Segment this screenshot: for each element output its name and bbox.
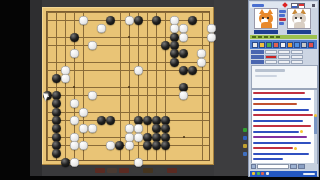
edge-tool-icon[interactable] <box>243 152 247 156</box>
black-stone <box>52 124 61 133</box>
white-stone <box>134 158 143 167</box>
white-stone <box>61 74 70 83</box>
white-stone <box>207 33 216 42</box>
chat-message <box>253 130 316 135</box>
info-cell <box>278 50 290 54</box>
game-info-box <box>251 65 318 89</box>
info-cell <box>291 50 303 54</box>
white-stone <box>79 141 88 150</box>
toolbar-button[interactable] <box>259 42 265 48</box>
chat-message <box>253 97 316 102</box>
chat-settings-button[interactable] <box>298 164 305 169</box>
black-stone <box>161 141 170 150</box>
chat-message <box>253 135 316 140</box>
chat-message <box>253 146 316 151</box>
toolbar-button[interactable] <box>301 42 307 48</box>
fox-avatar-icon <box>255 9 277 28</box>
black-stone <box>143 141 152 150</box>
chat-message <box>253 141 316 146</box>
info-cell <box>265 60 277 64</box>
status-tray-icon[interactable] <box>252 172 255 175</box>
white-stone <box>70 116 79 125</box>
window-status-bar <box>250 171 317 178</box>
white-stone <box>134 133 143 142</box>
white-stone <box>134 124 143 133</box>
toolbar-button[interactable] <box>252 42 258 48</box>
chat-message <box>253 102 316 107</box>
white-stone <box>125 16 134 25</box>
black-stone <box>52 74 61 83</box>
info-row-label <box>251 55 264 59</box>
screen <box>0 0 320 180</box>
white-stone <box>70 99 79 108</box>
white-stone <box>70 49 79 58</box>
black-stone <box>97 116 106 125</box>
send-button[interactable] <box>290 164 297 169</box>
white-stone <box>79 108 88 117</box>
right-player-avatar[interactable] <box>287 8 311 29</box>
info-cell <box>291 55 303 59</box>
white-stone <box>207 24 216 33</box>
white-stone <box>88 91 97 100</box>
white-stone <box>197 58 206 67</box>
black-stone <box>52 99 61 108</box>
chat-input[interactable] <box>257 164 289 169</box>
chat-message <box>253 152 316 157</box>
chat-log[interactable] <box>251 89 318 164</box>
toolbar-button[interactable] <box>287 42 293 48</box>
star-point <box>183 136 185 138</box>
black-stone <box>52 149 61 158</box>
info-row-label <box>251 50 264 54</box>
tray-window-button[interactable] <box>95 168 105 173</box>
white-stone <box>134 66 143 75</box>
chat-message <box>253 108 316 113</box>
status-tray-icon[interactable] <box>266 172 269 175</box>
white-stone <box>70 141 79 150</box>
status-tray-icon[interactable] <box>261 172 264 175</box>
white-stone <box>70 158 79 167</box>
left-player-avatar[interactable] <box>254 8 278 29</box>
emoji-icon <box>314 114 317 117</box>
tray-window-button[interactable] <box>143 168 153 173</box>
toolbar-button[interactable] <box>266 42 272 48</box>
tray-window-button[interactable] <box>155 168 165 173</box>
vs-info-column <box>279 10 287 25</box>
tray-window-button[interactable] <box>119 168 129 173</box>
star-point <box>128 86 130 88</box>
white-stone <box>179 33 188 42</box>
chat-message <box>253 124 316 129</box>
left-player-name <box>254 30 278 34</box>
chat-message <box>253 113 316 118</box>
black-stone <box>143 116 152 125</box>
chat-message <box>253 91 316 96</box>
black-stone <box>152 141 161 150</box>
game-toolbar[interactable] <box>250 40 317 49</box>
desktop-tray-buttons[interactable] <box>95 168 177 173</box>
info-row-label <box>251 60 264 64</box>
emoticon-button[interactable] <box>251 164 256 169</box>
black-stone <box>161 41 170 50</box>
white-stone <box>79 16 88 25</box>
edge-tool-icon[interactable] <box>243 128 247 132</box>
tray-window-button[interactable] <box>167 168 177 173</box>
info-table-row <box>251 60 303 64</box>
close-icon[interactable] <box>312 4 315 7</box>
black-stone <box>134 16 143 25</box>
black-stone <box>61 158 70 167</box>
fox-weiqi-window <box>248 0 319 177</box>
info-cell <box>278 60 290 64</box>
chat-input-row <box>250 163 317 170</box>
info-cell <box>291 60 303 64</box>
edge-tool-icon[interactable] <box>243 136 247 140</box>
info-cell <box>265 50 277 54</box>
emoji-icon <box>300 130 303 133</box>
game-rule-bar <box>250 35 317 39</box>
edge-tool-icon[interactable] <box>243 144 247 148</box>
tray-window-button[interactable] <box>107 168 117 173</box>
black-stone <box>152 124 161 133</box>
white-stone <box>125 141 134 150</box>
white-stone <box>125 124 134 133</box>
left-dark-strip <box>30 0 42 176</box>
titlebar-text-skeleton <box>252 4 264 7</box>
info-table-row <box>251 50 303 54</box>
fox-avatar-icon <box>288 9 310 28</box>
toolbar-button[interactable] <box>308 42 314 48</box>
window-edge-icons[interactable] <box>243 128 248 156</box>
black-stone <box>70 33 79 42</box>
go-board[interactable] <box>42 7 214 165</box>
right-player-name <box>287 30 311 34</box>
chat-message <box>253 157 316 162</box>
chat-message <box>253 119 316 124</box>
white-stone <box>179 91 188 100</box>
emoji-icon <box>294 147 297 150</box>
toolbar-button[interactable] <box>280 42 286 48</box>
tray-window-button[interactable] <box>131 168 141 173</box>
status-tray-icon[interactable] <box>257 172 260 175</box>
toolbar-button[interactable] <box>294 42 300 48</box>
info-cell <box>278 55 290 59</box>
clock-text-skeleton <box>303 173 315 175</box>
black-stone <box>152 16 161 25</box>
black-stone <box>170 58 179 67</box>
info-table-row <box>251 55 303 59</box>
info-cell <box>265 55 277 59</box>
toolbar-button[interactable] <box>273 42 279 48</box>
star-point <box>128 36 130 38</box>
heart-icon <box>282 2 288 8</box>
black-stone <box>179 66 188 75</box>
white-stone <box>88 41 97 50</box>
